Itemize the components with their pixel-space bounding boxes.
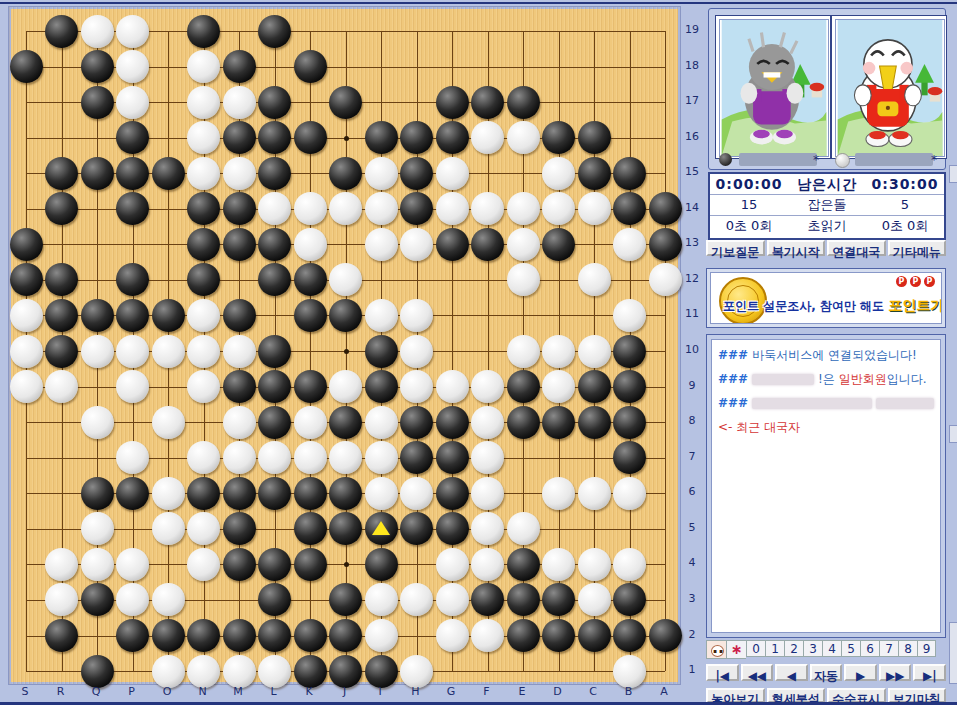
black-stone-J2 — [329, 619, 362, 652]
black-stone-I4 — [365, 548, 398, 581]
digit-button-6[interactable]: 6 — [860, 640, 879, 657]
white-stone-N17 — [187, 86, 220, 119]
flower-icon-button[interactable]: ∗ — [726, 640, 746, 659]
col-label-D: D — [550, 685, 566, 698]
white-stone-C4 — [578, 548, 611, 581]
white-stone-L7 — [258, 441, 291, 474]
black-stone-N2 — [187, 619, 220, 652]
black-stone-K1 — [294, 655, 327, 688]
row-label-4: 4 — [682, 556, 702, 569]
black-stone-R19 — [45, 15, 78, 48]
black-stone-C8 — [578, 406, 611, 439]
row-label-9: 9 — [682, 379, 702, 392]
white-stone-Q19 — [81, 15, 114, 48]
black-stone-B2 — [613, 619, 646, 652]
white-stone-B6 — [613, 477, 646, 510]
chat-messages[interactable]: ###바둑서비스에 연결되었습니다!### !은 일반회원입니다.### <- … — [711, 339, 941, 633]
white-stone-I15 — [365, 157, 398, 190]
row-coordinate-labels: 19181716151413121110987654321 — [682, 0, 702, 683]
white-stone-K7 — [294, 441, 327, 474]
row-label-15: 15 — [682, 165, 702, 178]
row-label-3: 3 — [682, 592, 702, 605]
white-stone-F2 — [471, 619, 504, 652]
white-stone-I7 — [365, 441, 398, 474]
clipped-window-edge — [949, 165, 957, 183]
black-stone-E2 — [507, 619, 540, 652]
last-move-button[interactable]: ▶| — [913, 664, 946, 681]
white-stone-N16 — [187, 121, 220, 154]
white-stone-B1 — [613, 655, 646, 688]
digit-button-7[interactable]: 7 — [879, 640, 898, 657]
black-stone-C16 — [578, 121, 611, 154]
black-stone-K12 — [294, 263, 327, 296]
column-coordinate-labels: SRQPONMLKJIHGFEDCBA — [8, 685, 679, 701]
chat-text: 바둑서비스에 연결되었습니다! — [752, 348, 917, 362]
black-stone-J15 — [329, 157, 362, 190]
white-stone-E10 — [507, 335, 540, 368]
menu-button-기보질문[interactable]: 기보질문 — [706, 240, 765, 256]
black-stone-J17 — [329, 86, 362, 119]
black-stone-M18 — [223, 50, 256, 83]
blurred-text — [876, 398, 934, 409]
white-stone-E14 — [507, 192, 540, 225]
col-label-M: M — [230, 685, 246, 698]
chat-line: ###바둑서비스에 연결되었습니다! — [718, 348, 934, 363]
col-label-F: F — [479, 685, 495, 698]
row-label-12: 12 — [682, 272, 702, 285]
bottom-button-놓아보기[interactable]: 놓아보기 — [706, 688, 765, 703]
white-stone-M17 — [223, 86, 256, 119]
white-stone-M7 — [223, 441, 256, 474]
white-stone-F8 — [471, 406, 504, 439]
clock-info-box: 0:00:00 남은시간 0:30:00 15 잡은돌 5 0초 0회 초읽기 … — [708, 172, 946, 240]
white-stone-N18 — [187, 50, 220, 83]
white-stone-N4 — [187, 548, 220, 581]
white-stone-E12 — [507, 263, 540, 296]
white-stone-G3 — [436, 583, 469, 616]
black-player-avatar — [715, 15, 831, 159]
star-point — [344, 136, 349, 141]
black-stone-M14 — [223, 192, 256, 225]
col-label-S: S — [17, 685, 33, 698]
black-stone-icon — [719, 153, 732, 166]
white-stone-A12 — [649, 263, 682, 296]
fast-back-button[interactable]: ◀◀ — [741, 664, 774, 681]
row-label-2: 2 — [682, 628, 702, 641]
black-stone-G17 — [436, 86, 469, 119]
back-button[interactable]: ◀ — [775, 664, 808, 681]
black-stone-B10 — [613, 335, 646, 368]
captures-label: 잡은돌 — [788, 195, 866, 215]
black-stone-E3 — [507, 583, 540, 616]
black-stone-B15 — [613, 157, 646, 190]
col-label-O: O — [159, 685, 175, 698]
white-stone-P10 — [116, 335, 149, 368]
doll-icon-button[interactable] — [706, 640, 726, 659]
blurred-text — [752, 374, 814, 385]
white-stone-C6 — [578, 477, 611, 510]
black-stone-N6 — [187, 477, 220, 510]
black-stone-S18 — [10, 50, 43, 83]
white-stone-J7 — [329, 441, 362, 474]
black-stone-A2 — [649, 619, 682, 652]
chat-box: ###바둑서비스에 연결되었습니다!### !은 일반회원입니다.### <- … — [706, 334, 946, 638]
white-favorite-star: * — [931, 153, 937, 167]
menu-button-복기시작[interactable]: 복기시작 — [767, 240, 826, 256]
black-stone-G7 — [436, 441, 469, 474]
black-stone-M5 — [223, 512, 256, 545]
white-stone-F4 — [471, 548, 504, 581]
chat-text: 입니다. — [887, 372, 927, 386]
black-stone-Q15 — [81, 157, 114, 190]
black-stone-L10 — [258, 335, 291, 368]
white-stone-D4 — [542, 548, 575, 581]
col-label-I: I — [372, 685, 388, 698]
point-icon: P — [910, 276, 921, 287]
game-menu-buttons: 기보질문복기시작연결대국기타메뉴 — [706, 240, 946, 256]
side-panel: * * 0:00:00 남은시간 0:30:00 15 잡은돌 5 0초 0회 … — [706, 4, 946, 703]
black-stone-P6 — [116, 477, 149, 510]
digit-button-5[interactable]: 5 — [841, 640, 860, 657]
black-player-name-blurred — [739, 153, 817, 166]
auto-play-button[interactable]: 자동 — [810, 664, 843, 681]
row-label-18: 18 — [682, 59, 702, 72]
ad-banner[interactable]: P P P 포인트 설문조사, 참여만 해도 포인트가! — [706, 268, 946, 328]
black-stone-D16 — [542, 121, 575, 154]
ad-banner-inner: P P P 포인트 설문조사, 참여만 해도 포인트가! — [710, 272, 942, 324]
white-stone-P9 — [116, 370, 149, 403]
white-stone-K14 — [294, 192, 327, 225]
black-stone-L19 — [258, 15, 291, 48]
black-stone-M2 — [223, 619, 256, 652]
white-stone-I14 — [365, 192, 398, 225]
black-stone-M9 — [223, 370, 256, 403]
white-stone-M10 — [223, 335, 256, 368]
row-label-10: 10 — [682, 343, 702, 356]
white-stone-O10 — [152, 335, 185, 368]
black-stone-J11 — [329, 299, 362, 332]
go-board[interactable] — [8, 6, 681, 685]
white-stone-N7 — [187, 441, 220, 474]
black-stone-H16 — [400, 121, 433, 154]
black-stone-E4 — [507, 548, 540, 581]
white-stone-Q8 — [81, 406, 114, 439]
black-stone-A13 — [649, 228, 682, 261]
white-stone-C10 — [578, 335, 611, 368]
point-icon: P — [896, 276, 907, 287]
black-stone-C15 — [578, 157, 611, 190]
black-stone-P16 — [116, 121, 149, 154]
col-label-J: J — [337, 685, 353, 698]
col-label-K: K — [301, 685, 317, 698]
black-stone-N13 — [187, 228, 220, 261]
bottom-buttons-row: 놓아보기형세분석수순표시보기마침 — [706, 688, 946, 703]
white-stone-D9 — [542, 370, 575, 403]
forward-button[interactable]: ▶ — [844, 664, 877, 681]
player-avatars-box: * * — [708, 8, 946, 170]
black-stone-J1 — [329, 655, 362, 688]
digit-button-1[interactable]: 1 — [765, 640, 784, 657]
chat-text: <- 최근 대국자 — [718, 420, 800, 434]
white-stone-E13 — [507, 228, 540, 261]
white-player-avatar — [831, 15, 947, 159]
black-stone-I10 — [365, 335, 398, 368]
black-stone-L17 — [258, 86, 291, 119]
bottom-button-수순표시[interactable]: 수순표시 — [827, 688, 886, 703]
black-favorite-star: * — [813, 153, 819, 167]
digit-button-9[interactable]: 9 — [917, 640, 936, 657]
col-label-C: C — [585, 685, 601, 698]
black-stone-M16 — [223, 121, 256, 154]
white-stone-G2 — [436, 619, 469, 652]
black-stone-E8 — [507, 406, 540, 439]
bottom-button-보기마침[interactable]: 보기마침 — [888, 688, 947, 703]
col-label-N: N — [195, 685, 211, 698]
col-label-R: R — [53, 685, 69, 698]
black-stone-Q18 — [81, 50, 114, 83]
white-stone-N10 — [187, 335, 220, 368]
chat-prefix: ### — [718, 348, 748, 362]
black-stone-L4 — [258, 548, 291, 581]
black-stone-Q17 — [81, 86, 114, 119]
last-move-triangle-marker — [372, 521, 390, 535]
white-stone-E16 — [507, 121, 540, 154]
black-stone-Q6 — [81, 477, 114, 510]
row-label-17: 17 — [682, 94, 702, 107]
black-stone-H15 — [400, 157, 433, 190]
black-stone-L13 — [258, 228, 291, 261]
white-stone-B4 — [613, 548, 646, 581]
black-stone-Q1 — [81, 655, 114, 688]
white-stone-H11 — [400, 299, 433, 332]
black-stone-K16 — [294, 121, 327, 154]
black-stone-G16 — [436, 121, 469, 154]
star-point — [344, 562, 349, 567]
menu-button-기타메뉴[interactable]: 기타메뉴 — [888, 240, 947, 256]
white-stone-F16 — [471, 121, 504, 154]
white-stone-O1 — [152, 655, 185, 688]
black-stone-K6 — [294, 477, 327, 510]
black-stone-P15 — [116, 157, 149, 190]
captures-white: 5 — [866, 195, 944, 215]
grid-line — [665, 31, 666, 671]
black-stone-L6 — [258, 477, 291, 510]
white-stone-M8 — [223, 406, 256, 439]
black-stone-J6 — [329, 477, 362, 510]
row-label-19: 19 — [682, 23, 702, 36]
move-navigation-row: |◀◀◀◀자동▶▶▶▶| — [706, 664, 946, 681]
white-stone-M1 — [223, 655, 256, 688]
chat-line: ### — [718, 396, 934, 411]
white-stone-K8 — [294, 406, 327, 439]
chat-prefix: ### — [718, 372, 748, 386]
black-stone-B8 — [613, 406, 646, 439]
black-stone-R11 — [45, 299, 78, 332]
col-label-E: E — [514, 685, 530, 698]
white-stone-R4 — [45, 548, 78, 581]
white-stone-B11 — [613, 299, 646, 332]
bottom-button-형세분석[interactable]: 형세분석 — [767, 688, 826, 703]
black-stone-Q3 — [81, 583, 114, 616]
black-stone-F17 — [471, 86, 504, 119]
byoyomi-right: 0초 0회 — [866, 216, 944, 236]
black-stone-D8 — [542, 406, 575, 439]
white-stone-E5 — [507, 512, 540, 545]
black-stone-K9 — [294, 370, 327, 403]
white-stone-H10 — [400, 335, 433, 368]
white-stone-N1 — [187, 655, 220, 688]
clipped-window-edge — [949, 425, 957, 443]
black-stone-L15 — [258, 157, 291, 190]
black-stone-K18 — [294, 50, 327, 83]
clipped-window-edge — [949, 622, 957, 684]
black-stone-K4 — [294, 548, 327, 581]
black-stone-L9 — [258, 370, 291, 403]
white-stone-I6 — [365, 477, 398, 510]
blurred-text — [752, 398, 872, 409]
grey-bird-avatar — [719, 19, 829, 157]
white-stone-S9 — [10, 370, 43, 403]
white-stone-C12 — [578, 263, 611, 296]
black-stone-O2 — [152, 619, 185, 652]
white-stone-H13 — [400, 228, 433, 261]
elapsed-time: 0:00:00 — [710, 174, 788, 194]
white-stone-Q4 — [81, 548, 114, 581]
black-stone-S13 — [10, 228, 43, 261]
white-stone-D10 — [542, 335, 575, 368]
black-stone-M13 — [223, 228, 256, 261]
white-stone-P4 — [116, 548, 149, 581]
remaining-time: 0:30:00 — [866, 174, 944, 194]
black-stone-D2 — [542, 619, 575, 652]
white-stone-I13 — [365, 228, 398, 261]
digit-button-3[interactable]: 3 — [803, 640, 822, 657]
black-stone-P11 — [116, 299, 149, 332]
white-stone-F9 — [471, 370, 504, 403]
black-stone-E17 — [507, 86, 540, 119]
point-icon: P — [924, 276, 935, 287]
row-label-13: 13 — [682, 236, 702, 249]
black-stone-S12 — [10, 263, 43, 296]
black-stone-M4 — [223, 548, 256, 581]
black-stone-R15 — [45, 157, 78, 190]
menu-button-연결대국[interactable]: 연결대국 — [827, 240, 886, 256]
remaining-time-label: 남은시간 — [788, 174, 866, 194]
white-stone-P7 — [116, 441, 149, 474]
black-stone-I9 — [365, 370, 398, 403]
digit-button-2[interactable]: 2 — [784, 640, 803, 657]
black-stone-R10 — [45, 335, 78, 368]
black-stone-G5 — [436, 512, 469, 545]
byoyomi-label: 초읽기 — [788, 216, 866, 236]
white-stone-P19 — [116, 15, 149, 48]
white-stone-G4 — [436, 548, 469, 581]
white-bird-avatar — [835, 19, 945, 157]
black-stone-J8 — [329, 406, 362, 439]
black-stone-K11 — [294, 299, 327, 332]
row-label-8: 8 — [682, 414, 702, 427]
white-player-name-blurred — [855, 153, 933, 166]
black-stone-P2 — [116, 619, 149, 652]
baduk-client-window: 19181716151413121110987654321 SRQPONMLKJ… — [0, 0, 957, 705]
col-label-P: P — [124, 685, 140, 698]
digit-button-4[interactable]: 4 — [822, 640, 841, 657]
white-stone-N15 — [187, 157, 220, 190]
digit-button-8[interactable]: 8 — [898, 640, 917, 657]
white-stone-S10 — [10, 335, 43, 368]
black-stone-I1 — [365, 655, 398, 688]
white-stone-N9 — [187, 370, 220, 403]
col-label-G: G — [443, 685, 459, 698]
byoyomi-left: 0초 0회 — [710, 216, 788, 236]
banner-text: 포인트 설문조사, 참여만 해도 — [723, 299, 884, 313]
white-stone-M15 — [223, 157, 256, 190]
white-stone-G14 — [436, 192, 469, 225]
row-label-5: 5 — [682, 521, 702, 534]
white-stone-Q10 — [81, 335, 114, 368]
col-label-H: H — [408, 685, 424, 698]
col-label-A: A — [656, 685, 672, 698]
white-stone-O6 — [152, 477, 185, 510]
chat-line: ### !은 일반회원입니다. — [718, 372, 934, 387]
black-stone-L16 — [258, 121, 291, 154]
black-stone-O11 — [152, 299, 185, 332]
black-stone-G13 — [436, 228, 469, 261]
black-stone-R2 — [45, 619, 78, 652]
col-label-L: L — [266, 685, 282, 698]
row-label-7: 7 — [682, 450, 702, 463]
black-stone-A14 — [649, 192, 682, 225]
black-stone-B7 — [613, 441, 646, 474]
digit-button-0[interactable]: 0 — [746, 640, 765, 657]
black-stone-O15 — [152, 157, 185, 190]
chat-prefix: ### — [718, 396, 748, 410]
black-stone-M6 — [223, 477, 256, 510]
first-move-button[interactable]: |◀ — [706, 664, 739, 681]
white-stone-J9 — [329, 370, 362, 403]
black-stone-K5 — [294, 512, 327, 545]
black-stone-F13 — [471, 228, 504, 261]
white-stone-G9 — [436, 370, 469, 403]
row-label-11: 11 — [682, 307, 702, 320]
fast-forward-button[interactable]: ▶▶ — [879, 664, 912, 681]
black-stone-L8 — [258, 406, 291, 439]
white-stone-O3 — [152, 583, 185, 616]
col-label-Q: Q — [88, 685, 104, 698]
black-stone-I16 — [365, 121, 398, 154]
white-stone-B13 — [613, 228, 646, 261]
black-stone-G8 — [436, 406, 469, 439]
black-stone-B9 — [613, 370, 646, 403]
white-stone-I11 — [365, 299, 398, 332]
white-stone-icon — [835, 153, 850, 168]
chat-text: 일반회원 — [839, 372, 887, 386]
white-stone-S11 — [10, 299, 43, 332]
white-stone-P18 — [116, 50, 149, 83]
black-stone-G6 — [436, 477, 469, 510]
white-stone-I2 — [365, 619, 398, 652]
row-label-1: 1 — [682, 663, 702, 676]
white-stone-H9 — [400, 370, 433, 403]
black-stone-N19 — [187, 15, 220, 48]
chat-line: <- 최근 대국자 — [718, 420, 934, 435]
white-stone-G15 — [436, 157, 469, 190]
black-stone-L2 — [258, 619, 291, 652]
point-icons: P P P — [896, 276, 935, 287]
white-stone-F7 — [471, 441, 504, 474]
black-stone-K2 — [294, 619, 327, 652]
white-stone-O5 — [152, 512, 185, 545]
